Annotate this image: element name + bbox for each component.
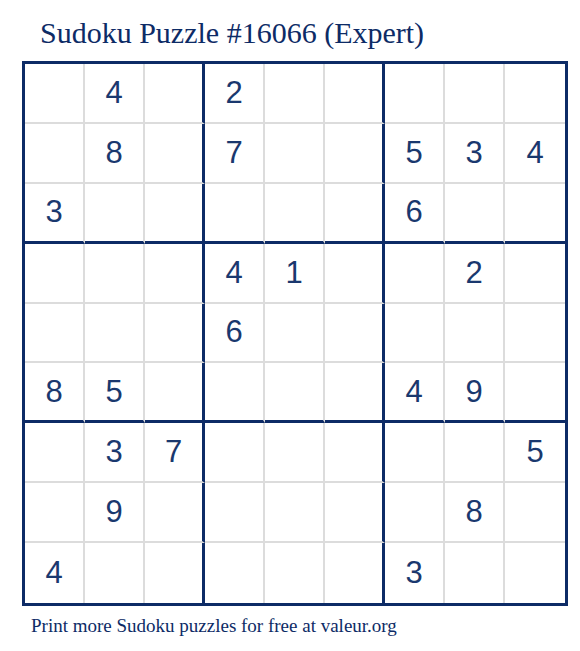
- sudoku-cell-r1c5[interactable]: [265, 64, 325, 124]
- sudoku-cell-r1c4[interactable]: 2: [205, 64, 265, 124]
- sudoku-cell-r6c5[interactable]: [265, 363, 325, 423]
- sudoku-cell-r8c8[interactable]: 8: [445, 483, 505, 543]
- sudoku-cell-r9c2[interactable]: [85, 543, 145, 603]
- sudoku-cell-r5c7[interactable]: [385, 304, 445, 364]
- sudoku-cell-r5c1[interactable]: [25, 304, 85, 364]
- sudoku-cell-r9c6[interactable]: [325, 543, 385, 603]
- sudoku-cell-r6c4[interactable]: [205, 363, 265, 423]
- sudoku-cell-r1c8[interactable]: [445, 64, 505, 124]
- sudoku-cell-r2c2[interactable]: 8: [85, 124, 145, 184]
- sudoku-cell-r8c1[interactable]: [25, 483, 85, 543]
- sudoku-cell-r1c1[interactable]: [25, 64, 85, 124]
- sudoku-cell-r4c4[interactable]: 4: [205, 244, 265, 304]
- sudoku-cell-r4c8[interactable]: 2: [445, 244, 505, 304]
- sudoku-board: 428753436412685493759843: [22, 61, 568, 606]
- sudoku-cell-r1c9[interactable]: [505, 64, 565, 124]
- sudoku-cell-r4c3[interactable]: [145, 244, 205, 304]
- sudoku-cell-r9c7[interactable]: 3: [385, 543, 445, 603]
- sudoku-cell-r8c5[interactable]: [265, 483, 325, 543]
- sudoku-cell-r8c4[interactable]: [205, 483, 265, 543]
- sudoku-cell-r8c7[interactable]: [385, 483, 445, 543]
- sudoku-cell-r6c9[interactable]: [505, 363, 565, 423]
- sudoku-cell-r3c3[interactable]: [145, 184, 205, 244]
- sudoku-cell-r5c2[interactable]: [85, 304, 145, 364]
- sudoku-cell-r7c7[interactable]: [385, 423, 445, 483]
- sudoku-cell-r5c5[interactable]: [265, 304, 325, 364]
- sudoku-cell-r2c6[interactable]: [325, 124, 385, 184]
- sudoku-cell-r6c1[interactable]: 8: [25, 363, 85, 423]
- sudoku-cell-r4c9[interactable]: [505, 244, 565, 304]
- sudoku-cell-r7c4[interactable]: [205, 423, 265, 483]
- sudoku-cell-r1c7[interactable]: [385, 64, 445, 124]
- sudoku-cell-r7c2[interactable]: 3: [85, 423, 145, 483]
- sudoku-cell-r2c9[interactable]: 4: [505, 124, 565, 184]
- sudoku-cell-r3c5[interactable]: [265, 184, 325, 244]
- sudoku-cell-r7c9[interactable]: 5: [505, 423, 565, 483]
- sudoku-cell-r1c2[interactable]: 4: [85, 64, 145, 124]
- sudoku-cell-r4c1[interactable]: [25, 244, 85, 304]
- sudoku-cell-r2c8[interactable]: 3: [445, 124, 505, 184]
- sudoku-cell-r3c7[interactable]: 6: [385, 184, 445, 244]
- sudoku-cell-r9c9[interactable]: [505, 543, 565, 603]
- sudoku-page: Sudoku Puzzle #16066 (Expert) 4287534364…: [0, 0, 580, 651]
- sudoku-cell-r2c5[interactable]: [265, 124, 325, 184]
- sudoku-cell-r5c6[interactable]: [325, 304, 385, 364]
- sudoku-cell-r6c8[interactable]: 9: [445, 363, 505, 423]
- footer-text: Print more Sudoku puzzles for free at va…: [31, 615, 397, 637]
- sudoku-cell-r2c1[interactable]: [25, 124, 85, 184]
- sudoku-cell-r3c4[interactable]: [205, 184, 265, 244]
- sudoku-cell-r2c4[interactable]: 7: [205, 124, 265, 184]
- sudoku-cell-r1c6[interactable]: [325, 64, 385, 124]
- sudoku-cell-r7c8[interactable]: [445, 423, 505, 483]
- sudoku-cell-r9c3[interactable]: [145, 543, 205, 603]
- sudoku-cell-r9c8[interactable]: [445, 543, 505, 603]
- sudoku-cell-r4c7[interactable]: [385, 244, 445, 304]
- sudoku-cell-r3c1[interactable]: 3: [25, 184, 85, 244]
- sudoku-cell-r2c3[interactable]: [145, 124, 205, 184]
- sudoku-cell-r7c6[interactable]: [325, 423, 385, 483]
- sudoku-cell-r5c4[interactable]: 6: [205, 304, 265, 364]
- sudoku-cell-r2c7[interactable]: 5: [385, 124, 445, 184]
- sudoku-cell-r7c1[interactable]: [25, 423, 85, 483]
- sudoku-cell-r8c9[interactable]: [505, 483, 565, 543]
- sudoku-cell-r5c3[interactable]: [145, 304, 205, 364]
- sudoku-cell-r6c7[interactable]: 4: [385, 363, 445, 423]
- sudoku-cell-r8c6[interactable]: [325, 483, 385, 543]
- sudoku-cell-r5c9[interactable]: [505, 304, 565, 364]
- sudoku-cell-r3c2[interactable]: [85, 184, 145, 244]
- sudoku-cell-r9c5[interactable]: [265, 543, 325, 603]
- sudoku-cell-r6c2[interactable]: 5: [85, 363, 145, 423]
- sudoku-cell-r3c9[interactable]: [505, 184, 565, 244]
- page-title: Sudoku Puzzle #16066 (Expert): [40, 16, 424, 50]
- sudoku-cell-r3c6[interactable]: [325, 184, 385, 244]
- sudoku-cell-r6c3[interactable]: [145, 363, 205, 423]
- sudoku-cell-r7c5[interactable]: [265, 423, 325, 483]
- sudoku-cell-r5c8[interactable]: [445, 304, 505, 364]
- sudoku-cell-r9c4[interactable]: [205, 543, 265, 603]
- sudoku-cell-r7c3[interactable]: 7: [145, 423, 205, 483]
- sudoku-cell-r8c3[interactable]: [145, 483, 205, 543]
- sudoku-cell-r4c6[interactable]: [325, 244, 385, 304]
- sudoku-cell-r9c1[interactable]: 4: [25, 543, 85, 603]
- sudoku-cell-r4c2[interactable]: [85, 244, 145, 304]
- sudoku-cell-r1c3[interactable]: [145, 64, 205, 124]
- sudoku-cell-r4c5[interactable]: 1: [265, 244, 325, 304]
- sudoku-cell-r3c8[interactable]: [445, 184, 505, 244]
- sudoku-cell-r8c2[interactable]: 9: [85, 483, 145, 543]
- sudoku-cell-r6c6[interactable]: [325, 363, 385, 423]
